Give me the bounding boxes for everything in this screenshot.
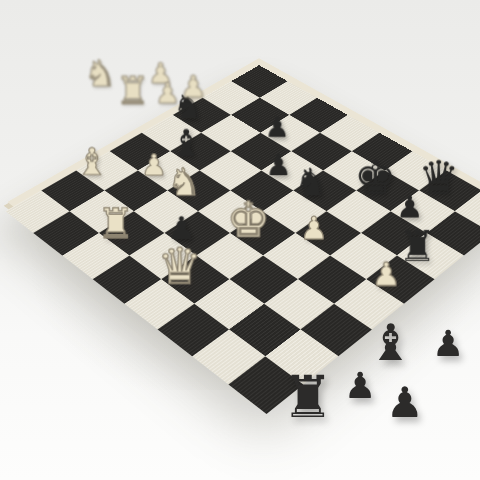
black-knight[interactable]: ♞ (294, 164, 328, 200)
square-f5[interactable]: ♟ (295, 211, 361, 255)
white-pawn[interactable]: ♟ (141, 152, 167, 180)
black-queen[interactable]: ♛ (417, 156, 458, 200)
black-pawn[interactable]: ♟ (396, 192, 423, 221)
white-queen[interactable]: ♛ (157, 243, 202, 290)
black-pawn[interactable]: ♟ (265, 152, 291, 180)
white-king[interactable]: ♚ (226, 197, 270, 243)
square-a3[interactable]: ♝ (76, 151, 138, 190)
black-bishop[interactable]: ♝ (170, 125, 203, 160)
black-rook[interactable]: ♜ (398, 226, 436, 266)
captured-white-pawn: ♟ (148, 60, 173, 88)
black-pawn[interactable]: ♟ (264, 114, 289, 141)
white-pawn[interactable]: ♟ (300, 214, 328, 244)
black-king[interactable]: ♚ (353, 155, 395, 200)
captured-white-knight: ♞ (84, 56, 116, 92)
black-knight[interactable]: ♞ (172, 90, 203, 123)
captured-white-rook: ♜ (116, 72, 150, 110)
white-rook[interactable]: ♜ (97, 204, 134, 244)
white-pawn[interactable]: ♟ (372, 259, 401, 290)
white-knight[interactable]: ♞ (167, 164, 201, 200)
white-bishop[interactable]: ♝ (75, 144, 108, 179)
chess-scene: ♛♟♚♟♞♟♞♜♝♟♟♟♞♚♝♟♜♛ ♞♜♟♟♟ ♝♟♜♟♟ (0, 0, 480, 480)
square-c4[interactable]: ♞ (167, 171, 230, 212)
